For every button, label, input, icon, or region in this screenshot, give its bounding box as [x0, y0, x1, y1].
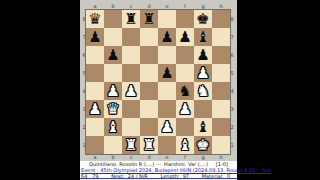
file-label-d: d: [140, 154, 158, 161]
square-f4[interactable]: ♞: [176, 82, 194, 100]
piece-black-queen[interactable]: ♛: [88, 10, 101, 28]
file-labels-top: abcdefgh: [82, 3, 234, 10]
square-d3[interactable]: [140, 100, 158, 118]
rank-label-3: 3: [230, 100, 234, 118]
chess-board: abcdefgh 87654321 ♛♜♜♚♟♟♟♝♟♟♟♟♟♟♞♞♟♛♟♝♟♝…: [82, 3, 234, 160]
rank-label-5: 5: [230, 64, 234, 82]
file-label-b: b: [104, 154, 122, 161]
file-label-e: e: [158, 3, 176, 10]
square-g4[interactable]: ♞: [194, 82, 212, 100]
square-e7[interactable]: ♟: [158, 28, 176, 46]
piece-white-rook[interactable]: ♜: [124, 136, 137, 154]
piece-black-rook[interactable]: ♜: [142, 10, 155, 28]
file-label-a: a: [86, 154, 104, 161]
piece-black-bishop[interactable]: ♝: [196, 28, 209, 46]
square-a1[interactable]: [86, 136, 104, 154]
square-b5[interactable]: [104, 64, 122, 82]
square-h1[interactable]: [212, 136, 230, 154]
square-c1[interactable]: ♜: [122, 136, 140, 154]
piece-black-bishop[interactable]: ♝: [196, 118, 209, 136]
square-b3[interactable]: ♛: [104, 100, 122, 118]
rank-label-4: 4: [230, 82, 234, 100]
piece-black-pawn[interactable]: ♟: [88, 28, 101, 46]
square-h5[interactable]: [212, 64, 230, 82]
piece-white-king[interactable]: ♚: [196, 136, 209, 154]
piece-white-pawn[interactable]: ♟: [196, 64, 209, 82]
square-c8[interactable]: ♜: [122, 10, 140, 28]
square-h8[interactable]: [212, 10, 230, 28]
file-label-c: c: [122, 3, 140, 10]
square-e1[interactable]: [158, 136, 176, 154]
square-f5[interactable]: [176, 64, 194, 82]
square-e4[interactable]: [158, 82, 176, 100]
square-f7[interactable]: ♟: [176, 28, 194, 46]
rank-label-7: 7: [230, 28, 234, 46]
rank-label-6: 6: [230, 46, 234, 64]
piece-white-pawn[interactable]: ♟: [88, 100, 101, 118]
square-e3[interactable]: [158, 100, 176, 118]
file-label-h: h: [212, 3, 230, 10]
square-c3[interactable]: [122, 100, 140, 118]
square-c4[interactable]: ♟: [122, 82, 140, 100]
square-a4[interactable]: [86, 82, 104, 100]
square-f1[interactable]: ♝: [176, 136, 194, 154]
square-b6[interactable]: ♟: [104, 46, 122, 64]
piece-black-pawn[interactable]: ♟: [178, 28, 191, 46]
rank-label-8: 8: [230, 10, 234, 28]
square-c2[interactable]: [122, 118, 140, 136]
square-b7[interactable]: [104, 28, 122, 46]
file-label-d: d: [140, 3, 158, 10]
piece-black-king[interactable]: ♚: [196, 10, 209, 28]
square-g3[interactable]: [194, 100, 212, 118]
square-c6[interactable]: [122, 46, 140, 64]
square-a7[interactable]: ♟: [86, 28, 104, 46]
file-labels-bottom: abcdefgh: [82, 154, 234, 160]
square-h6[interactable]: [212, 46, 230, 64]
file-label-g: g: [194, 3, 212, 10]
file-label-g: g: [194, 154, 212, 161]
file-label-a: a: [86, 3, 104, 10]
video-frame: abcdefgh 87654321 ♛♜♜♚♟♟♟♝♟♟♟♟♟♟♞♞♟♛♟♝♟♝…: [0, 0, 320, 180]
square-e6[interactable]: [158, 46, 176, 64]
piece-black-pawn[interactable]: ♟: [106, 46, 119, 64]
square-f6[interactable]: [176, 46, 194, 64]
square-d2[interactable]: [140, 118, 158, 136]
square-d6[interactable]: [140, 46, 158, 64]
rank-labels-right: 87654321: [230, 10, 234, 154]
board-grid: ♛♜♜♚♟♟♟♝♟♟♟♟♟♟♞♞♟♛♟♝♟♝♜♜♝♚: [86, 10, 230, 154]
file-label-c: c: [122, 154, 140, 161]
square-c5[interactable]: [122, 64, 140, 82]
square-a6[interactable]: [86, 46, 104, 64]
file-label-e: e: [158, 154, 176, 161]
square-e8[interactable]: [158, 10, 176, 28]
piece-white-knight[interactable]: ♞: [196, 82, 209, 100]
piece-white-bishop[interactable]: ♝: [106, 118, 119, 136]
square-d4[interactable]: [140, 82, 158, 100]
square-c7[interactable]: [122, 28, 140, 46]
square-a5[interactable]: [86, 64, 104, 82]
square-g1[interactable]: ♚: [194, 136, 212, 154]
piece-black-rook[interactable]: ♜: [124, 10, 137, 28]
piece-white-pawn[interactable]: ♟: [106, 82, 119, 100]
piece-white-pawn[interactable]: ♟: [124, 82, 137, 100]
square-f2[interactable]: [176, 118, 194, 136]
square-g8[interactable]: ♚: [194, 10, 212, 28]
footer-divider: [80, 178, 237, 179]
piece-black-pawn[interactable]: ♟: [196, 46, 209, 64]
piece-white-pawn[interactable]: ♟: [160, 118, 173, 136]
square-d5[interactable]: [140, 64, 158, 82]
piece-white-bishop[interactable]: ♝: [178, 136, 191, 154]
piece-black-knight[interactable]: ♞: [178, 82, 191, 100]
square-g7[interactable]: ♝: [194, 28, 212, 46]
square-a3[interactable]: ♟: [86, 100, 104, 118]
square-a8[interactable]: ♛: [86, 10, 104, 28]
file-label-h: h: [212, 154, 230, 161]
square-h3[interactable]: [212, 100, 230, 118]
square-b2[interactable]: ♝: [104, 118, 122, 136]
square-f8[interactable]: [176, 10, 194, 28]
piece-white-pawn[interactable]: ♟: [178, 100, 191, 118]
square-h2[interactable]: [212, 118, 230, 136]
square-h4[interactable]: [212, 82, 230, 100]
square-g5[interactable]: ♟: [194, 64, 212, 82]
square-b4[interactable]: ♟: [104, 82, 122, 100]
square-g6[interactable]: ♟: [194, 46, 212, 64]
piece-black-pawn[interactable]: ♟: [160, 28, 173, 46]
square-d7[interactable]: [140, 28, 158, 46]
piece-black-pawn[interactable]: ♟: [160, 64, 173, 82]
file-label-f: f: [176, 154, 194, 161]
square-g2[interactable]: ♝: [194, 118, 212, 136]
rank-label-2: 2: [230, 118, 234, 136]
piece-white-rook[interactable]: ♜: [142, 136, 155, 154]
square-d1[interactable]: ♜: [140, 136, 158, 154]
file-label-f: f: [176, 3, 194, 10]
piece-white-queen[interactable]: ♛: [106, 100, 119, 118]
square-a2[interactable]: [86, 118, 104, 136]
file-label-b: b: [104, 3, 122, 10]
square-h7[interactable]: [212, 28, 230, 46]
square-b8[interactable]: [104, 10, 122, 28]
square-d8[interactable]: ♜: [140, 10, 158, 28]
square-f3[interactable]: ♟: [176, 100, 194, 118]
game-info-panel: Quintiliano, Rosolin R (....) -- Harshin…: [80, 161, 237, 180]
chess-app-window: abcdefgh 87654321 ♛♜♜♚♟♟♟♝♟♟♟♟♟♟♞♞♟♛♟♝♟♝…: [80, 0, 237, 180]
rank-label-1: 1: [230, 136, 234, 154]
square-e2[interactable]: ♟: [158, 118, 176, 136]
square-b1[interactable]: [104, 136, 122, 154]
square-e5[interactable]: ♟: [158, 64, 176, 82]
